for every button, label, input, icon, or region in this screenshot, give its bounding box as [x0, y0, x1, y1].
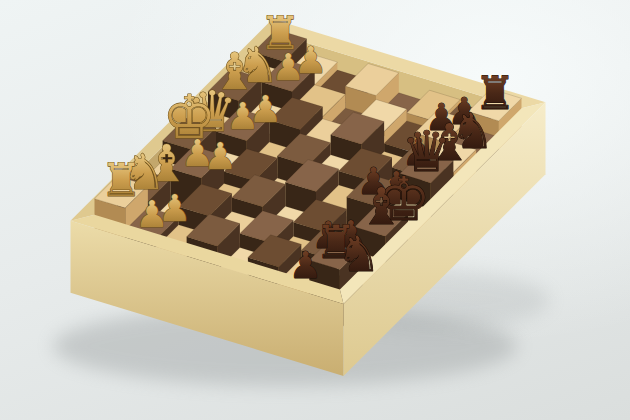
chess-3d-board-scene: ♜♟♟♞♝♜♟♟♟♟♛♚♞♝♟♟♟♛♝♞♟♜♟♚♟♝♟♟♟♜♞♟ — [0, 0, 630, 420]
piece-black-pawn-h7: ♟ — [289, 244, 322, 287]
studio-photo-background: ♜♟♟♞♝♜♟♟♟♟♛♚♞♝♟♟♟♛♝♞♟♜♟♚♟♝♟♟♟♜♞♟ — [0, 0, 630, 420]
piece-black-knight-g8: ♞ — [337, 226, 381, 283]
piece-white-pawn-h2: ♟ — [135, 193, 168, 236]
piece-white-pawn-e2: ♟ — [203, 135, 236, 178]
